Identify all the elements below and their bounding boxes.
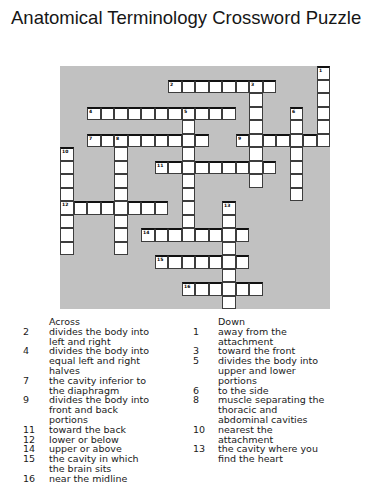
grid-cell-block [87,66,101,80]
clue-number: 2 [23,327,49,337]
grid-cell-block [236,269,250,283]
grid-cell-white[interactable] [182,134,196,148]
grid-cell-white[interactable] [249,147,263,161]
grid-cell-white[interactable]: 1 [317,66,331,80]
grid-cell-block [168,93,182,107]
grid-cell-white[interactable]: 2 [168,80,182,94]
grid-cell-white[interactable] [114,147,128,161]
grid-cell-block [155,120,169,134]
down-clues-section: Down 1away from the attachment3toward th… [193,317,365,464]
grid-cell-white[interactable] [155,228,169,242]
grid-cell-block [168,174,182,188]
grid-cell-white[interactable] [114,188,128,202]
grid-cell-white[interactable] [249,161,263,175]
grid-cell-block [317,296,331,310]
grid-cell-block [236,147,250,161]
grid-cell-white[interactable] [182,80,196,94]
grid-cell-block [290,228,304,242]
grid-cell-block [128,188,142,202]
grid-cell-block [87,174,101,188]
grid-cell-white[interactable] [222,215,236,229]
grid-cell-block [60,134,74,148]
grid-cell-white[interactable] [195,107,209,121]
grid-cell-block [87,161,101,175]
grid-cell-block [141,255,155,269]
grid-cell-block [276,107,290,121]
grid-cell-white[interactable] [209,255,223,269]
grid-cell-white[interactable] [236,282,250,296]
grid-cell-white[interactable] [209,161,223,175]
grid-cell-block [209,201,223,215]
grid-cell-white[interactable]: 16 [182,282,196,296]
grid-cell-block [195,120,209,134]
clue-number: 13 [193,444,218,454]
grid-cell-block [141,120,155,134]
clue-text: the cavity where you find the heart [218,444,340,464]
grid-cell-block [128,147,142,161]
grid-cell-white[interactable] [114,174,128,188]
grid-cell-block [155,269,169,283]
grid-cell-block [87,255,101,269]
grid-cell-white[interactable] [114,161,128,175]
grid-cell-white[interactable] [168,134,182,148]
grid-cell-block [101,147,115,161]
grid-cell-block [222,120,236,134]
grid-cell-white[interactable] [168,161,182,175]
grid-cell-block [101,228,115,242]
across-clue-list: 2divides the body into left and right4di… [23,327,185,484]
grid-cell-white[interactable] [87,201,101,215]
grid-cell-block [155,147,169,161]
grid-cell-white[interactable] [222,296,236,310]
grid-cell-white[interactable] [60,228,74,242]
grid-cell-white[interactable] [195,161,209,175]
grid-cell-block [60,93,74,107]
clue-number-label: 15 [157,257,163,262]
grid-cell-white[interactable] [60,215,74,229]
grid-cell-white[interactable] [290,161,304,175]
grid-cell-block [168,201,182,215]
grid-cell-white[interactable]: 9 [236,134,250,148]
grid-cell-block [263,255,277,269]
grid-cell-block [114,93,128,107]
grid-cell-block [290,296,304,310]
grid-cell-white[interactable] [168,107,182,121]
grid-cell-block [74,147,88,161]
grid-cell-block [263,66,277,80]
grid-cell-block [87,228,101,242]
grid-cell-white[interactable] [236,255,250,269]
grid-cell-block [155,242,169,256]
grid-cell-block [168,66,182,80]
grid-cell-white[interactable]: 10 [60,147,74,161]
grid-cell-block [276,66,290,80]
grid-cell-block [195,242,209,256]
grid-cell-white[interactable] [317,120,331,134]
grid-cell-block [290,242,304,256]
grid-cell-block [263,93,277,107]
grid-cell-white[interactable] [155,134,169,148]
grid-cell-block [155,93,169,107]
grid-cell-block [87,80,101,94]
grid-cell-block [317,282,331,296]
clue-text: divides the body into front and back por… [49,395,171,424]
grid-cell-white[interactable] [290,120,304,134]
grid-cell-block [74,93,88,107]
clue-text: near the midline [49,474,171,484]
grid-cell-white[interactable] [60,242,74,256]
clue-text: divides the body into upper and lower po… [218,356,340,385]
grid-cell-white[interactable] [182,120,196,134]
clue-number: 5 [193,356,218,366]
grid-cell-white[interactable] [222,242,236,256]
grid-cell-block [303,188,317,202]
grid-cell-white[interactable] [263,161,277,175]
grid-cell-white[interactable] [114,107,128,121]
grid-cell-block [182,93,196,107]
grid-cell-block [263,107,277,121]
grid-cell-white[interactable] [128,107,142,121]
grid-cell-block [114,296,128,310]
grid-cell-block [303,215,317,229]
grid-cell-block [249,228,263,242]
grid-cell-block [263,296,277,310]
grid-cell-block [317,174,331,188]
clue-number: 7 [23,376,49,386]
grid-cell-white[interactable]: 15 [155,255,169,269]
grid-cell-block [155,66,169,80]
across-clues-section: Across 2divides the body into left and r… [23,317,185,484]
grid-cell-block [141,66,155,80]
grid-cell-block [209,269,223,283]
grid-cell-white[interactable] [114,228,128,242]
grid-cell-block [60,282,74,296]
grid-cell-white[interactable]: 13 [222,201,236,215]
grid-cell-block [87,188,101,202]
grid-cell-block [303,228,317,242]
clue-number-label: 5 [184,109,187,114]
grid-cell-block [290,93,304,107]
grid-cell-white[interactable] [236,161,250,175]
clue-down-13: 13the cavity where you find the heart [193,444,365,464]
clue-number-label: 2 [170,82,173,87]
grid-cell-white[interactable] [222,80,236,94]
grid-cell-block [101,93,115,107]
grid-cell-white[interactable] [114,215,128,229]
grid-cell-block [141,147,155,161]
clue-number-label: 9 [238,136,241,141]
grid-cell-white[interactable]: 7 [87,134,101,148]
grid-cell-white[interactable] [195,134,209,148]
grid-cell-block [195,66,209,80]
grid-cell-block [168,147,182,161]
grid-cell-white[interactable] [60,188,74,202]
grid-cell-white[interactable] [168,255,182,269]
grid-cell-white[interactable] [209,228,223,242]
grid-cell-white[interactable] [317,80,331,94]
grid-cell-white[interactable] [114,201,128,215]
grid-cell-block [290,269,304,283]
grid-cell-block [141,282,155,296]
grid-cell-white[interactable] [141,201,155,215]
grid-cell-block [236,215,250,229]
grid-cell-block [276,282,290,296]
grid-cell-white[interactable] [222,269,236,283]
grid-cell-block [249,255,263,269]
clue-text: muscle separating the thoracic and abdom… [218,395,340,424]
grid-cell-block [155,296,169,310]
grid-cell-white[interactable] [222,282,236,296]
grid-cell-white[interactable]: 5 [182,107,196,121]
grid-cell-block [101,269,115,283]
grid-cell-block [317,147,331,161]
grid-cell-block [236,242,250,256]
grid-cell-block [303,66,317,80]
grid-cell-block [168,242,182,256]
grid-cell-block [141,215,155,229]
grid-cell-white[interactable] [236,228,250,242]
grid-cell-white[interactable] [182,174,196,188]
grid-cell-white[interactable] [303,134,317,148]
grid-cell-block [74,161,88,175]
grid-cell-white[interactable] [317,93,331,107]
clue-number: 15 [23,454,49,464]
grid-cell-white[interactable] [249,93,263,107]
grid-cell-block [128,228,142,242]
grid-cell-block [114,255,128,269]
grid-cell-block [290,66,304,80]
grid-cell-block [60,120,74,134]
grid-cell-white[interactable] [182,215,196,229]
grid-cell-white[interactable] [290,147,304,161]
grid-cell-block [209,174,223,188]
grid-cell-block [101,296,115,310]
grid-cell-block [101,215,115,229]
grid-cell-white[interactable] [182,161,196,175]
grid-cell-white[interactable] [182,228,196,242]
grid-cell-block [263,215,277,229]
grid-cell-block [236,66,250,80]
grid-cell-block [276,147,290,161]
grid-cell-block [303,201,317,215]
grid-cell-white[interactable] [222,161,236,175]
grid-cell-white[interactable] [195,80,209,94]
grid-cell-white[interactable] [290,174,304,188]
grid-cell-block [276,174,290,188]
grid-cell-block [101,66,115,80]
clue-text: nearest the attachment [218,425,340,445]
grid-cell-block [236,296,250,310]
clue-across-2: 2divides the body into left and right [23,327,185,347]
grid-cell-white[interactable] [60,174,74,188]
grid-cell-block [303,120,317,134]
grid-cell-block [87,120,101,134]
grid-cell-white[interactable] [141,107,155,121]
grid-cell-white[interactable] [263,80,277,94]
grid-cell-block [87,93,101,107]
grid-cell-white[interactable] [249,282,263,296]
grid-cell-block [141,269,155,283]
grid-cell-white[interactable] [114,242,128,256]
grid-cell-white[interactable] [128,134,142,148]
clue-number: 10 [193,425,218,435]
grid-cell-block [276,188,290,202]
grid-cell-block [317,161,331,175]
grid-cell-block [87,269,101,283]
grid-cell-block [101,80,115,94]
grid-cell-block [114,80,128,94]
grid-cell-block [209,215,223,229]
clue-number-label: 1 [319,68,322,73]
grid-cell-block [155,174,169,188]
grid-cell-block [128,255,142,269]
grid-cell-block [263,188,277,202]
grid-cell-white[interactable] [209,80,223,94]
grid-cell-block [141,188,155,202]
grid-cell-block [236,201,250,215]
grid-cell-block [182,66,196,80]
grid-cell-white[interactable] [249,174,263,188]
grid-cell-white[interactable] [317,107,331,121]
grid-cell-white[interactable] [222,107,236,121]
grid-cell-white[interactable]: 8 [114,134,128,148]
grid-cell-white[interactable] [155,201,169,215]
grid-cell-block [222,66,236,80]
grid-cell-block [155,215,169,229]
grid-cell-block [87,215,101,229]
grid-cell-white[interactable]: 4 [87,107,101,121]
grid-cell-block [303,93,317,107]
grid-cell-white[interactable] [290,188,304,202]
grid-cell-block [276,215,290,229]
grid-cell-white[interactable] [249,120,263,134]
grid-cell-white[interactable] [182,201,196,215]
clue-text: divides the body into equal left and rig… [49,346,171,375]
grid-cell-block [101,282,115,296]
grid-cell-block [128,120,142,134]
grid-cell-block [195,201,209,215]
grid-cell-block [195,296,209,310]
grid-cell-block [195,269,209,283]
grid-cell-block [276,228,290,242]
grid-cell-white[interactable] [222,228,236,242]
grid-cell-white[interactable]: 12 [60,201,74,215]
grid-cell-white[interactable] [276,134,290,148]
grid-cell-white[interactable] [101,201,115,215]
grid-cell-block [182,269,196,283]
grid-cell-block [303,282,317,296]
grid-cell-white[interactable] [195,255,209,269]
clue-across-4: 4divides the body into equal left and ri… [23,346,185,375]
clue-text: divides the body into left and right [49,327,171,347]
grid-cell-block [303,242,317,256]
grid-cell-white[interactable] [195,282,209,296]
grid-cell-block [101,255,115,269]
grid-cell-white[interactable] [60,161,74,175]
grid-cell-block [222,174,236,188]
grid-cell-block [276,296,290,310]
grid-cell-white[interactable] [209,107,223,121]
grid-cell-block [317,228,331,242]
clue-across-9: 9divides the body into front and back po… [23,395,185,424]
grid-cell-white[interactable] [155,107,169,121]
grid-cell-block [222,134,236,148]
grid-cell-white[interactable] [317,134,331,148]
grid-cell-white[interactable] [141,134,155,148]
grid-cell-block [74,228,88,242]
grid-cell-white[interactable] [236,80,250,94]
grid-cell-white[interactable] [290,134,304,148]
grid-cell-block [87,296,101,310]
grid-cell-block [155,282,169,296]
grid-cell-white[interactable] [209,282,223,296]
grid-cell-block [128,80,142,94]
grid-cell-block [74,282,88,296]
grid-cell-white[interactable] [182,255,196,269]
clue-number-label: 3 [251,82,254,87]
grid-cell-block [249,269,263,283]
grid-cell-block [276,80,290,94]
grid-cell-block [74,255,88,269]
grid-cell-block [195,188,209,202]
grid-cell-white[interactable] [168,228,182,242]
grid-cell-block [114,282,128,296]
grid-cell-block [60,255,74,269]
grid-cell-white[interactable] [195,228,209,242]
grid-cell-white[interactable] [222,255,236,269]
grid-cell-block [276,93,290,107]
grid-cell-white[interactable] [101,134,115,148]
grid-cell-block [303,147,317,161]
grid-cell-block [290,215,304,229]
grid-cell-block [303,296,317,310]
clue-text: the cavity inferior to the diaphragm [49,376,171,396]
grid-cell-block [249,201,263,215]
grid-cell-block [74,215,88,229]
grid-cell-block [101,174,115,188]
grid-cell-block [128,93,142,107]
grid-cell-block [128,296,142,310]
grid-cell-block [141,80,155,94]
clue-number-label: 8 [116,136,119,141]
grid-cell-white[interactable]: 6 [290,107,304,121]
grid-cell-white[interactable] [74,201,88,215]
grid-cell-block [276,120,290,134]
clue-number-label: 4 [89,109,92,114]
grid-cell-white[interactable]: 11 [155,161,169,175]
grid-cell-block [303,161,317,175]
grid-cell-white[interactable] [182,147,196,161]
grid-cell-white[interactable] [249,107,263,121]
grid-cell-white[interactable]: 14 [141,228,155,242]
crossword-grid: 12345678910111213141516 [60,66,330,309]
grid-cell-white[interactable] [101,107,115,121]
grid-cell-white[interactable] [128,201,142,215]
grid-cell-block [317,188,331,202]
grid-cell-block [263,242,277,256]
grid-cell-block [101,242,115,256]
grid-cell-block [209,147,223,161]
grid-cell-block [263,174,277,188]
grid-cell-block [168,188,182,202]
grid-cell-white[interactable]: 3 [249,80,263,94]
page-title: Anatomical Terminology Crossword Puzzle [11,7,361,29]
grid-cell-white[interactable] [263,134,277,148]
grid-cell-white[interactable] [182,188,196,202]
grid-cell-block [195,147,209,161]
grid-cell-block [60,296,74,310]
grid-cell-white[interactable] [249,134,263,148]
